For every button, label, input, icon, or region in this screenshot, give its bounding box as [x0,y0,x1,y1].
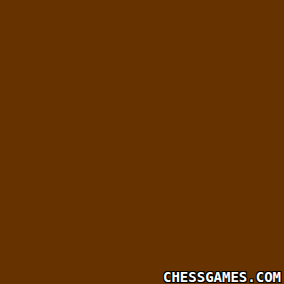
file-labels [10,0,274,12]
rank-labels [0,12,10,271]
chess-board-window: CHESSGAMES.COM [0,0,284,284]
watermark-text: CHESSGAMES.COM [163,271,281,284]
board-grid [10,12,274,271]
